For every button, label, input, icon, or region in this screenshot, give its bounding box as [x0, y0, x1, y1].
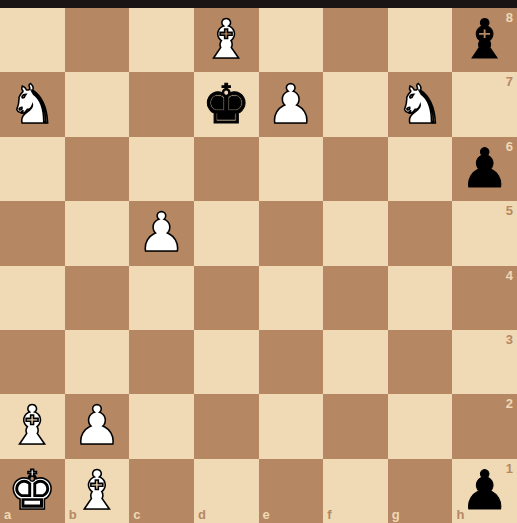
- square-b8[interactable]: [65, 8, 130, 72]
- piece-black-pawn-h1[interactable]: ♟: [460, 464, 508, 518]
- square-b4[interactable]: [65, 266, 130, 330]
- square-a2[interactable]: ♝: [0, 394, 65, 458]
- square-h4[interactable]: 4: [452, 266, 517, 330]
- square-a5[interactable]: [0, 201, 65, 265]
- square-g3[interactable]: [388, 330, 453, 394]
- piece-white-bishop-a2[interactable]: ♝: [8, 399, 56, 453]
- square-e1[interactable]: e: [259, 459, 324, 523]
- square-c3[interactable]: [129, 330, 194, 394]
- piece-black-pawn-h6[interactable]: ♟: [460, 142, 508, 196]
- piece-white-king-a1[interactable]: ♚: [8, 464, 56, 518]
- square-e5[interactable]: [259, 201, 324, 265]
- square-f7[interactable]: [323, 72, 388, 136]
- square-c5[interactable]: ♟: [129, 201, 194, 265]
- file-label-g: g: [392, 508, 400, 521]
- rank-label-5: 5: [506, 204, 513, 217]
- square-a4[interactable]: [0, 266, 65, 330]
- square-f6[interactable]: [323, 137, 388, 201]
- square-f5[interactable]: [323, 201, 388, 265]
- square-g6[interactable]: [388, 137, 453, 201]
- square-e8[interactable]: [259, 8, 324, 72]
- square-b1[interactable]: ♝b: [65, 459, 130, 523]
- square-g2[interactable]: [388, 394, 453, 458]
- rank-label-8: 8: [506, 11, 513, 24]
- piece-white-knight-a7[interactable]: ♞: [8, 78, 56, 132]
- square-g8[interactable]: [388, 8, 453, 72]
- square-e2[interactable]: [259, 394, 324, 458]
- square-h7[interactable]: 7: [452, 72, 517, 136]
- chess-app: ♝♝8♞♚♟♞7♟6♟543♝♟2♚a♝bcdefg♟1h: [0, 0, 517, 523]
- square-h2[interactable]: 2: [452, 394, 517, 458]
- square-f2[interactable]: [323, 394, 388, 458]
- square-g4[interactable]: [388, 266, 453, 330]
- rank-label-1: 1: [506, 462, 513, 475]
- rank-label-2: 2: [506, 397, 513, 410]
- piece-black-king-d7[interactable]: ♚: [202, 78, 250, 132]
- square-h5[interactable]: 5: [452, 201, 517, 265]
- file-label-h: h: [456, 508, 464, 521]
- square-c4[interactable]: [129, 266, 194, 330]
- square-a8[interactable]: [0, 8, 65, 72]
- square-h6[interactable]: ♟6: [452, 137, 517, 201]
- square-g7[interactable]: ♞: [388, 72, 453, 136]
- square-e4[interactable]: [259, 266, 324, 330]
- square-b5[interactable]: [65, 201, 130, 265]
- window-top-edge-bar: [0, 0, 517, 8]
- rank-label-7: 7: [506, 75, 513, 88]
- square-e6[interactable]: [259, 137, 324, 201]
- square-c1[interactable]: c: [129, 459, 194, 523]
- square-d8[interactable]: ♝: [194, 8, 259, 72]
- square-f1[interactable]: f: [323, 459, 388, 523]
- square-d6[interactable]: [194, 137, 259, 201]
- rank-label-3: 3: [506, 333, 513, 346]
- file-label-d: d: [198, 508, 206, 521]
- square-b2[interactable]: ♟: [65, 394, 130, 458]
- file-label-e: e: [263, 508, 270, 521]
- file-label-f: f: [327, 508, 331, 521]
- square-d7[interactable]: ♚: [194, 72, 259, 136]
- square-g1[interactable]: g: [388, 459, 453, 523]
- piece-white-bishop-b1[interactable]: ♝: [73, 464, 121, 518]
- square-h1[interactable]: ♟1h: [452, 459, 517, 523]
- square-g5[interactable]: [388, 201, 453, 265]
- square-a3[interactable]: [0, 330, 65, 394]
- piece-white-bishop-d8[interactable]: ♝: [202, 13, 250, 67]
- square-f3[interactable]: [323, 330, 388, 394]
- square-e7[interactable]: ♟: [259, 72, 324, 136]
- square-d1[interactable]: d: [194, 459, 259, 523]
- square-a1[interactable]: ♚a: [0, 459, 65, 523]
- chess-board: ♝♝8♞♚♟♞7♟6♟543♝♟2♚a♝bcdefg♟1h: [0, 8, 517, 523]
- piece-white-pawn-c5[interactable]: ♟: [137, 206, 185, 260]
- square-c2[interactable]: [129, 394, 194, 458]
- file-label-b: b: [69, 508, 77, 521]
- square-b7[interactable]: [65, 72, 130, 136]
- rank-label-6: 6: [506, 140, 513, 153]
- piece-white-pawn-b2[interactable]: ♟: [73, 399, 121, 453]
- square-c6[interactable]: [129, 137, 194, 201]
- square-d3[interactable]: [194, 330, 259, 394]
- square-c8[interactable]: [129, 8, 194, 72]
- square-d2[interactable]: [194, 394, 259, 458]
- square-c7[interactable]: [129, 72, 194, 136]
- square-f4[interactable]: [323, 266, 388, 330]
- piece-black-bishop-h8[interactable]: ♝: [460, 13, 508, 67]
- square-a7[interactable]: ♞: [0, 72, 65, 136]
- piece-white-knight-g7[interactable]: ♞: [396, 78, 444, 132]
- square-d4[interactable]: [194, 266, 259, 330]
- square-h8[interactable]: ♝8: [452, 8, 517, 72]
- square-b6[interactable]: [65, 137, 130, 201]
- file-label-a: a: [4, 508, 11, 521]
- square-a6[interactable]: [0, 137, 65, 201]
- square-f8[interactable]: [323, 8, 388, 72]
- square-h3[interactable]: 3: [452, 330, 517, 394]
- square-d5[interactable]: [194, 201, 259, 265]
- piece-white-pawn-e7[interactable]: ♟: [267, 78, 315, 132]
- rank-label-4: 4: [506, 269, 513, 282]
- square-e3[interactable]: [259, 330, 324, 394]
- file-label-c: c: [133, 508, 140, 521]
- square-b3[interactable]: [65, 330, 130, 394]
